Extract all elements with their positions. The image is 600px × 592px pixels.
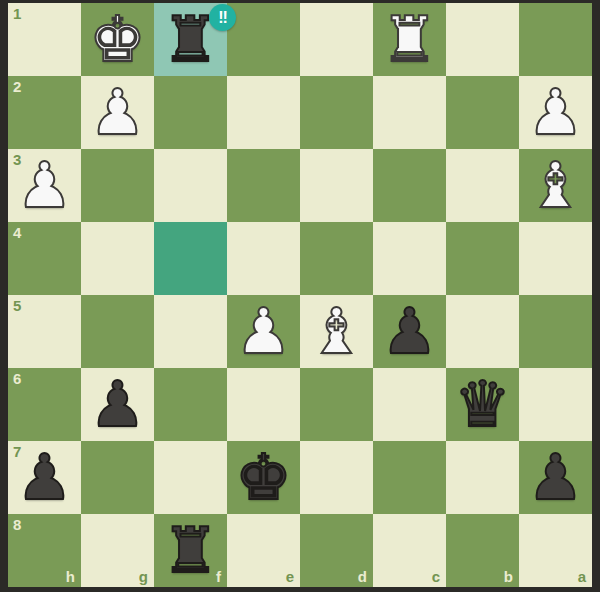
file-label-e: e [286,569,294,584]
square-b1[interactable] [446,3,519,76]
square-f4[interactable] [154,222,227,295]
square-g8[interactable]: g [81,514,154,587]
rank-label-6: 6 [13,371,21,386]
rank-label-3: 3 [13,152,21,167]
file-label-g: g [139,569,148,584]
square-d7[interactable] [300,441,373,514]
piece-black-king-e7[interactable]: ♚ [235,441,291,514]
piece-black-pawn-g6[interactable]: ♟ [89,368,145,441]
rank-label-4: 4 [13,225,21,240]
square-e3[interactable] [227,149,300,222]
square-e7[interactable]: ♚ [227,441,300,514]
square-e8[interactable]: e [227,514,300,587]
square-d8[interactable]: d [300,514,373,587]
square-h1[interactable]: 1 [8,3,81,76]
square-g1[interactable]: ♚ [81,3,154,76]
square-c6[interactable] [373,368,446,441]
square-c7[interactable] [373,441,446,514]
square-e5[interactable]: ♟ [227,295,300,368]
square-f5[interactable] [154,295,227,368]
square-a5[interactable] [519,295,592,368]
square-a1[interactable] [519,3,592,76]
piece-white-rook-c1[interactable]: ♜ [381,3,437,76]
square-c8[interactable]: c [373,514,446,587]
square-a3[interactable]: ♝ [519,149,592,222]
square-f8[interactable]: f♜ [154,514,227,587]
square-h6[interactable]: 6 [8,368,81,441]
square-g3[interactable] [81,149,154,222]
square-e4[interactable] [227,222,300,295]
piece-white-king-g1[interactable]: ♚ [89,3,145,76]
piece-white-bishop-a3[interactable]: ♝ [527,149,583,222]
rank-label-5: 5 [13,298,21,313]
rank-label-8: 8 [13,517,21,532]
square-d1[interactable] [300,3,373,76]
chess-board: 1♚♜!!♜2♟♟3♟♝45♟♝♟6♟♛7♟♚♟8hgf♜edcba [8,3,592,587]
square-g7[interactable] [81,441,154,514]
square-f2[interactable] [154,76,227,149]
square-d3[interactable] [300,149,373,222]
square-d2[interactable] [300,76,373,149]
file-label-f: f [216,569,221,584]
file-label-c: c [432,569,440,584]
piece-black-pawn-c5[interactable]: ♟ [381,295,437,368]
square-a2[interactable]: ♟ [519,76,592,149]
rank-label-1: 1 [13,6,21,21]
square-a6[interactable] [519,368,592,441]
square-c5[interactable]: ♟ [373,295,446,368]
piece-white-pawn-g2[interactable]: ♟ [89,76,145,149]
square-d4[interactable] [300,222,373,295]
square-e1[interactable] [227,3,300,76]
piece-black-rook-f8[interactable]: ♜ [162,514,218,587]
piece-black-pawn-a7[interactable]: ♟ [527,441,583,514]
square-b2[interactable] [446,76,519,149]
square-f1[interactable]: ♜!! [154,3,227,76]
square-a8[interactable]: a [519,514,592,587]
square-c4[interactable] [373,222,446,295]
brilliant-move-badge: !! [209,4,236,31]
rank-label-2: 2 [13,79,21,94]
square-g2[interactable]: ♟ [81,76,154,149]
square-e2[interactable] [227,76,300,149]
square-a7[interactable]: ♟ [519,441,592,514]
piece-white-pawn-e5[interactable]: ♟ [235,295,291,368]
square-b4[interactable] [446,222,519,295]
square-h3[interactable]: 3♟ [8,149,81,222]
file-label-a: a [578,569,586,584]
square-g4[interactable] [81,222,154,295]
rank-label-7: 7 [13,444,21,459]
square-b7[interactable] [446,441,519,514]
square-h4[interactable]: 4 [8,222,81,295]
square-d5[interactable]: ♝ [300,295,373,368]
square-h5[interactable]: 5 [8,295,81,368]
piece-white-bishop-d5[interactable]: ♝ [308,295,364,368]
square-c1[interactable]: ♜ [373,3,446,76]
square-b8[interactable]: b [446,514,519,587]
square-b6[interactable]: ♛ [446,368,519,441]
square-h2[interactable]: 2 [8,76,81,149]
piece-black-pawn-h7[interactable]: ♟ [16,441,72,514]
square-g6[interactable]: ♟ [81,368,154,441]
square-d6[interactable] [300,368,373,441]
square-h7[interactable]: 7♟ [8,441,81,514]
piece-white-pawn-h3[interactable]: ♟ [16,149,72,222]
file-label-d: d [358,569,367,584]
square-f6[interactable] [154,368,227,441]
square-c3[interactable] [373,149,446,222]
file-label-b: b [504,569,513,584]
square-f7[interactable] [154,441,227,514]
square-g5[interactable] [81,295,154,368]
square-a4[interactable] [519,222,592,295]
square-f3[interactable] [154,149,227,222]
file-label-h: h [66,569,75,584]
square-b5[interactable] [446,295,519,368]
piece-white-pawn-a2[interactable]: ♟ [527,76,583,149]
square-h8[interactable]: 8h [8,514,81,587]
piece-black-queen-b6[interactable]: ♛ [454,368,510,441]
square-b3[interactable] [446,149,519,222]
square-e6[interactable] [227,368,300,441]
chessboard-frame: 1♚♜!!♜2♟♟3♟♝45♟♝♟6♟♛7♟♚♟8hgf♜edcba [0,0,600,592]
square-c2[interactable] [373,76,446,149]
